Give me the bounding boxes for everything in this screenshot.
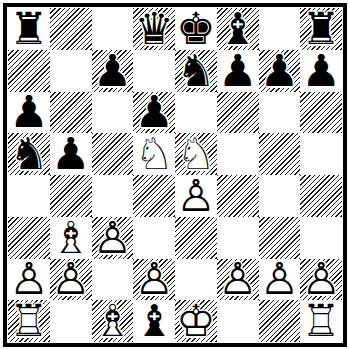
square-g4[interactable] [259, 175, 301, 217]
square-b6[interactable] [50, 92, 92, 134]
square-e3[interactable] [175, 217, 217, 259]
piece-black-bishop: ♝♝ [217, 8, 259, 50]
square-c1[interactable]: ♝♗ [92, 300, 134, 342]
square-d5[interactable]: ♞♘ [133, 133, 175, 175]
piece-white-rook: ♜♖ [300, 300, 342, 342]
piece-black-bishop: ♝♝ [133, 300, 175, 342]
board-frame: ♜♜♛♛♚♚♝♝♜♜♟♟♞♞♟♟♟♟♟♟♟♟♟♟♞♞♟♟♞♘♞♘♟♙♝♗♟♙♟♙… [3, 3, 347, 347]
piece-white-pawn: ♟♙ [50, 259, 92, 301]
piece-glyph-layer: ♞ [8, 133, 50, 175]
square-a5[interactable]: ♞♞ [8, 133, 50, 175]
square-e4[interactable]: ♟♙ [175, 175, 217, 217]
square-c5[interactable] [92, 133, 134, 175]
piece-glyph-layer: ♔ [175, 300, 217, 342]
piece-white-knight: ♞♘ [175, 133, 217, 175]
square-c3[interactable]: ♟♙ [92, 217, 134, 259]
piece-white-pawn: ♟♙ [133, 259, 175, 301]
piece-glyph-layer: ♙ [175, 175, 217, 217]
piece-white-king: ♚♔ [175, 300, 217, 342]
piece-glyph-layer: ♗ [50, 217, 92, 259]
square-g5[interactable] [259, 133, 301, 175]
square-e8[interactable]: ♚♚ [175, 8, 217, 50]
piece-glyph-layer: ♝ [133, 300, 175, 342]
piece-black-pawn: ♟♟ [259, 50, 301, 92]
square-f5[interactable] [217, 133, 259, 175]
piece-glyph-layer: ♟ [92, 50, 134, 92]
square-d4[interactable] [133, 175, 175, 217]
square-g8[interactable] [259, 8, 301, 50]
piece-white-rook: ♜♖ [8, 300, 50, 342]
square-c7[interactable]: ♟♟ [92, 50, 134, 92]
square-c6[interactable] [92, 92, 134, 134]
square-d2[interactable]: ♟♙ [133, 259, 175, 301]
square-d3[interactable] [133, 217, 175, 259]
square-c2[interactable] [92, 259, 134, 301]
square-b2[interactable]: ♟♙ [50, 259, 92, 301]
piece-glyph-layer: ♞ [175, 50, 217, 92]
square-h8[interactable]: ♜♜ [300, 8, 342, 50]
square-g1[interactable] [259, 300, 301, 342]
square-h6[interactable] [300, 92, 342, 134]
piece-glyph-layer: ♙ [133, 259, 175, 301]
square-b7[interactable] [50, 50, 92, 92]
piece-glyph-layer: ♛ [133, 8, 175, 50]
square-c4[interactable] [92, 175, 134, 217]
piece-white-pawn: ♟♙ [300, 259, 342, 301]
square-d6[interactable]: ♟♟ [133, 92, 175, 134]
piece-white-bishop: ♝♗ [92, 300, 134, 342]
square-h1[interactable]: ♜♖ [300, 300, 342, 342]
chess-diagram: ♜♜♛♛♚♚♝♝♜♜♟♟♞♞♟♟♟♟♟♟♟♟♟♟♞♞♟♟♞♘♞♘♟♙♝♗♟♙♟♙… [0, 0, 350, 350]
piece-black-pawn: ♟♟ [8, 92, 50, 134]
piece-white-pawn: ♟♙ [217, 259, 259, 301]
square-f1[interactable] [217, 300, 259, 342]
piece-glyph-layer: ♚ [175, 8, 217, 50]
piece-white-knight: ♞♘ [133, 133, 175, 175]
piece-glyph-layer: ♟ [133, 92, 175, 134]
piece-black-knight: ♞♞ [175, 50, 217, 92]
piece-glyph-layer: ♟ [259, 50, 301, 92]
square-b4[interactable] [50, 175, 92, 217]
piece-black-pawn: ♟♟ [92, 50, 134, 92]
piece-glyph-layer: ♟ [300, 50, 342, 92]
piece-black-pawn: ♟♟ [50, 133, 92, 175]
square-h5[interactable] [300, 133, 342, 175]
square-e6[interactable] [175, 92, 217, 134]
square-h2[interactable]: ♟♙ [300, 259, 342, 301]
square-e2[interactable] [175, 259, 217, 301]
piece-black-pawn: ♟♟ [300, 50, 342, 92]
square-f6[interactable] [217, 92, 259, 134]
square-h4[interactable] [300, 175, 342, 217]
square-f8[interactable]: ♝♝ [217, 8, 259, 50]
piece-glyph-layer: ♖ [8, 300, 50, 342]
square-g7[interactable]: ♟♟ [259, 50, 301, 92]
square-e5[interactable]: ♞♘ [175, 133, 217, 175]
square-b1[interactable] [50, 300, 92, 342]
square-g6[interactable] [259, 92, 301, 134]
piece-black-pawn: ♟♟ [217, 50, 259, 92]
piece-glyph-layer: ♙ [50, 259, 92, 301]
square-d7[interactable] [133, 50, 175, 92]
square-f3[interactable] [217, 217, 259, 259]
square-g2[interactable]: ♟♙ [259, 259, 301, 301]
square-a6[interactable]: ♟♟ [8, 92, 50, 134]
piece-black-rook: ♜♜ [300, 8, 342, 50]
square-f7[interactable]: ♟♟ [217, 50, 259, 92]
piece-glyph-layer: ♜ [300, 8, 342, 50]
piece-glyph-layer: ♗ [92, 300, 134, 342]
square-a7[interactable] [8, 50, 50, 92]
piece-glyph-layer: ♟ [8, 92, 50, 134]
square-a8[interactable]: ♜♜ [8, 8, 50, 50]
piece-glyph-layer: ♙ [92, 217, 134, 259]
piece-white-pawn: ♟♙ [8, 259, 50, 301]
piece-glyph-layer: ♝ [217, 8, 259, 50]
square-h3[interactable] [300, 217, 342, 259]
square-d1[interactable]: ♝♝ [133, 300, 175, 342]
piece-glyph-layer: ♘ [133, 133, 175, 175]
piece-black-king: ♚♚ [175, 8, 217, 50]
piece-white-pawn: ♟♙ [175, 175, 217, 217]
piece-white-pawn: ♟♙ [92, 217, 134, 259]
square-a1[interactable]: ♜♖ [8, 300, 50, 342]
piece-white-bishop: ♝♗ [50, 217, 92, 259]
square-b8[interactable] [50, 8, 92, 50]
piece-black-queen: ♛♛ [133, 8, 175, 50]
piece-glyph-layer: ♙ [8, 259, 50, 301]
square-c8[interactable] [92, 8, 134, 50]
piece-white-pawn: ♟♙ [259, 259, 301, 301]
piece-black-pawn: ♟♟ [133, 92, 175, 134]
square-f2[interactable]: ♟♙ [217, 259, 259, 301]
square-g3[interactable] [259, 217, 301, 259]
piece-black-knight: ♞♞ [8, 133, 50, 175]
piece-glyph-layer: ♘ [175, 133, 217, 175]
piece-glyph-layer: ♟ [50, 133, 92, 175]
square-a2[interactable]: ♟♙ [8, 259, 50, 301]
piece-glyph-layer: ♙ [259, 259, 301, 301]
square-e7[interactable]: ♞♞ [175, 50, 217, 92]
square-f4[interactable] [217, 175, 259, 217]
piece-glyph-layer: ♖ [300, 300, 342, 342]
board-grid: ♜♜♛♛♚♚♝♝♜♜♟♟♞♞♟♟♟♟♟♟♟♟♟♟♞♞♟♟♞♘♞♘♟♙♝♗♟♙♟♙… [8, 8, 342, 342]
piece-glyph-layer: ♙ [217, 259, 259, 301]
square-b3[interactable]: ♝♗ [50, 217, 92, 259]
piece-glyph-layer: ♟ [217, 50, 259, 92]
piece-glyph-layer: ♜ [8, 8, 50, 50]
piece-black-rook: ♜♜ [8, 8, 50, 50]
square-h7[interactable]: ♟♟ [300, 50, 342, 92]
piece-glyph-layer: ♙ [300, 259, 342, 301]
square-d8[interactable]: ♛♛ [133, 8, 175, 50]
square-a4[interactable] [8, 175, 50, 217]
square-e1[interactable]: ♚♔ [175, 300, 217, 342]
square-a3[interactable] [8, 217, 50, 259]
square-b5[interactable]: ♟♟ [50, 133, 92, 175]
